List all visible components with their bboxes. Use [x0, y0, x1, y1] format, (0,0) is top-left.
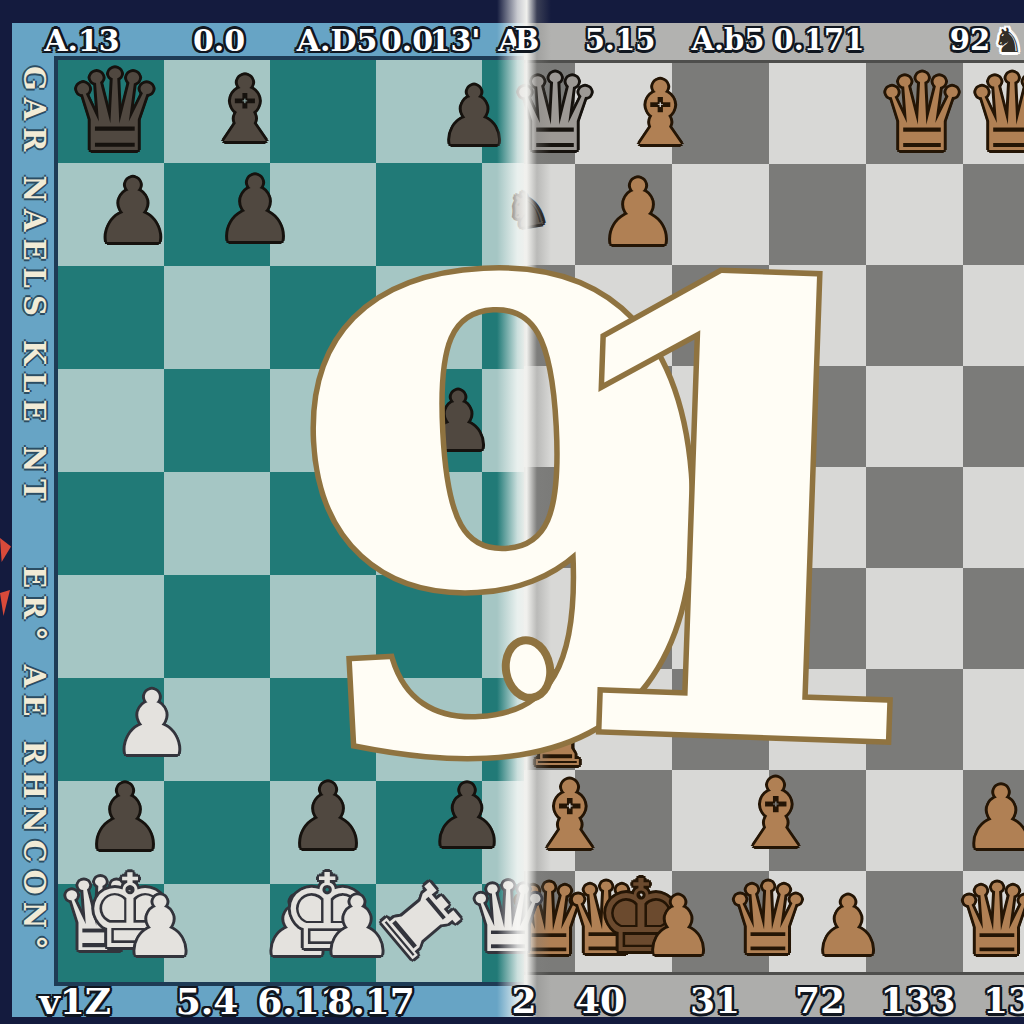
- left-square-r1c4[interactable]: [376, 60, 482, 163]
- right-square-r9c4[interactable]: [769, 871, 866, 972]
- left-square-r6c4[interactable]: [376, 575, 482, 678]
- right-square-r3c5[interactable]: [866, 265, 963, 366]
- left-square-r6c3[interactable]: [270, 575, 376, 678]
- left-square-r2c1[interactable]: [58, 163, 164, 266]
- right-square-r6c6[interactable]: [963, 568, 1024, 669]
- right-square-r3c2[interactable]: [575, 265, 672, 366]
- right-square-r8c6[interactable]: [963, 770, 1024, 871]
- right-square-r4c1[interactable]: [524, 366, 575, 467]
- right-square-r7c3[interactable]: [672, 669, 769, 770]
- left-square-r3c2[interactable]: [164, 266, 270, 369]
- right-square-r9c2[interactable]: [575, 871, 672, 972]
- right-square-r9c1[interactable]: [524, 871, 575, 972]
- left-square-r7c2[interactable]: [164, 678, 270, 781]
- left-square-r8c1[interactable]: [58, 781, 164, 884]
- left-square-r1c5[interactable]: [482, 60, 524, 163]
- right-square-r4c4[interactable]: [769, 366, 866, 467]
- right-square-r2c1[interactable]: [524, 164, 575, 265]
- right-square-r5c3[interactable]: [672, 467, 769, 568]
- left-square-r4c5[interactable]: [482, 369, 524, 472]
- left-square-r9c2[interactable]: [164, 884, 270, 986]
- left-square-r5c3[interactable]: [270, 472, 376, 575]
- left-square-r7c5[interactable]: [482, 678, 524, 781]
- right-square-r8c1[interactable]: [524, 770, 575, 871]
- left-square-r5c5[interactable]: [482, 472, 524, 575]
- left-square-r4c4[interactable]: [376, 369, 482, 472]
- right-square-r6c4[interactable]: [769, 568, 866, 669]
- left-square-r9c1[interactable]: [58, 884, 164, 986]
- left-square-r1c3[interactable]: [270, 60, 376, 163]
- right-square-r8c5[interactable]: [866, 770, 963, 871]
- left-square-r2c3[interactable]: [270, 163, 376, 266]
- right-square-r7c6[interactable]: [963, 669, 1024, 770]
- left-square-r3c4[interactable]: [376, 266, 482, 369]
- right-square-r7c5[interactable]: [866, 669, 963, 770]
- right-square-r7c4[interactable]: [769, 669, 866, 770]
- right-square-r2c6[interactable]: [963, 164, 1024, 265]
- right-square-r9c3[interactable]: [672, 871, 769, 972]
- left-square-r5c1[interactable]: [58, 472, 164, 575]
- right-square-r4c2[interactable]: [575, 366, 672, 467]
- left-square-r5c4[interactable]: [376, 472, 482, 575]
- left-edge-text-lower: ER° AE RHNCON°: [17, 566, 51, 957]
- left-square-r4c3[interactable]: [270, 369, 376, 472]
- right-square-r1c3[interactable]: [672, 63, 769, 164]
- right-square-r4c5[interactable]: [866, 366, 963, 467]
- right-square-r3c3[interactable]: [672, 265, 769, 366]
- left-bottom-band: [12, 984, 524, 1018]
- right-square-r2c2[interactable]: [575, 164, 672, 265]
- right-square-r4c6[interactable]: [963, 366, 1024, 467]
- right-square-r3c6[interactable]: [963, 265, 1024, 366]
- right-square-r8c4[interactable]: [769, 770, 866, 871]
- left-square-r3c5[interactable]: [482, 266, 524, 369]
- left-chess-board: [54, 56, 524, 986]
- left-square-r3c3[interactable]: [270, 266, 376, 369]
- right-square-r1c2[interactable]: [575, 63, 672, 164]
- right-square-r8c3[interactable]: [672, 770, 769, 871]
- right-square-r5c1[interactable]: [524, 467, 575, 568]
- right-square-r5c6[interactable]: [963, 467, 1024, 568]
- right-chess-board: [524, 63, 1024, 972]
- right-board-panel: [524, 0, 1024, 1024]
- left-square-r2c5[interactable]: [482, 163, 524, 266]
- right-square-r6c2[interactable]: [575, 568, 672, 669]
- left-square-r9c4[interactable]: [376, 884, 482, 986]
- left-square-r9c3[interactable]: [270, 884, 376, 986]
- left-square-r9c5[interactable]: [482, 884, 524, 986]
- right-square-r3c1[interactable]: [524, 265, 575, 366]
- right-square-r6c1[interactable]: [524, 568, 575, 669]
- right-square-r7c2[interactable]: [575, 669, 672, 770]
- right-square-r8c2[interactable]: [575, 770, 672, 871]
- left-square-r8c2[interactable]: [164, 781, 270, 884]
- split-chess-comparison: GAR NAELS KLE NT ER° AE RHNCON° ♛♝♟♟♟♟♟♟…: [0, 0, 1024, 1024]
- left-square-r8c3[interactable]: [270, 781, 376, 884]
- left-square-r8c4[interactable]: [376, 781, 482, 884]
- right-square-r2c5[interactable]: [866, 164, 963, 265]
- right-square-r6c3[interactable]: [672, 568, 769, 669]
- left-square-r5c2[interactable]: [164, 472, 270, 575]
- right-square-r2c3[interactable]: [672, 164, 769, 265]
- right-square-r3c4[interactable]: [769, 265, 866, 366]
- right-square-r1c1[interactable]: [524, 63, 575, 164]
- right-top-band: [524, 23, 1024, 63]
- left-square-r2c2[interactable]: [164, 163, 270, 266]
- right-square-r5c2[interactable]: [575, 467, 672, 568]
- left-square-r1c2[interactable]: [164, 60, 270, 163]
- left-square-r7c3[interactable]: [270, 678, 376, 781]
- bottom-frame-strip: [0, 1017, 1024, 1024]
- left-square-r6c1[interactable]: [58, 575, 164, 678]
- left-square-r1c1[interactable]: [58, 60, 164, 163]
- left-square-r7c1[interactable]: [58, 678, 164, 781]
- top-frame-strip: [0, 0, 1024, 23]
- right-square-r1c5[interactable]: [866, 63, 963, 164]
- left-square-r4c2[interactable]: [164, 369, 270, 472]
- left-square-r3c1[interactable]: [58, 266, 164, 369]
- left-square-r7c4[interactable]: [376, 678, 482, 781]
- left-edge-text-upper: GAR NAELS KLE NT: [17, 66, 51, 508]
- left-square-r8c5[interactable]: [482, 781, 524, 884]
- right-square-r1c6[interactable]: [963, 63, 1024, 164]
- left-board-panel: GAR NAELS KLE NT ER° AE RHNCON°: [0, 0, 524, 1024]
- right-square-r9c6[interactable]: [963, 871, 1024, 972]
- right-square-r7c1[interactable]: [524, 669, 575, 770]
- left-square-r2c4[interactable]: [376, 163, 482, 266]
- right-square-r6c5[interactable]: [866, 568, 963, 669]
- right-square-r9c5[interactable]: [866, 871, 963, 972]
- right-square-r2c4[interactable]: [769, 164, 866, 265]
- left-square-r4c1[interactable]: [58, 369, 164, 472]
- left-square-r6c2[interactable]: [164, 575, 270, 678]
- left-square-r6c5[interactable]: [482, 575, 524, 678]
- right-square-r5c5[interactable]: [866, 467, 963, 568]
- right-square-r5c4[interactable]: [769, 467, 866, 568]
- left-top-band: [12, 23, 524, 58]
- right-square-r4c3[interactable]: [672, 366, 769, 467]
- right-square-r1c4[interactable]: [769, 63, 866, 164]
